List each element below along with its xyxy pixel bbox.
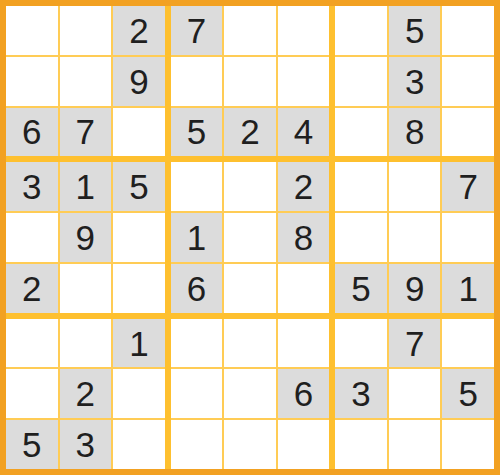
cell-r5c6: 8 [278, 213, 330, 262]
cell-r5c5[interactable] [224, 213, 276, 262]
cell-r6c5[interactable] [224, 264, 276, 313]
cell-r4c2: 1 [60, 162, 112, 211]
cell-r6c1: 2 [6, 264, 58, 313]
sudoku-box-8: 6 [171, 319, 330, 469]
cell-r8c2: 2 [60, 369, 112, 418]
cell-r8c6: 6 [278, 369, 330, 418]
cell-r9c6[interactable] [278, 420, 330, 469]
cell-r4c3: 5 [113, 162, 165, 211]
cell-r2c4[interactable] [171, 57, 223, 106]
sudoku-box-7: 1253 [6, 319, 165, 469]
sudoku-box-9: 735 [335, 319, 494, 469]
sudoku-board: 29677524538315922186759112536735 [0, 0, 500, 475]
cell-r1c5[interactable] [224, 6, 276, 55]
cell-r5c3[interactable] [113, 213, 165, 262]
sudoku-box-6: 7591 [335, 162, 494, 312]
cell-r1c4: 7 [171, 6, 223, 55]
cell-r6c8: 9 [389, 264, 441, 313]
cell-r3c3[interactable] [113, 108, 165, 157]
cell-r7c7[interactable] [335, 319, 387, 368]
cell-r9c4[interactable] [171, 420, 223, 469]
sudoku-box-5: 2186 [171, 162, 330, 312]
cell-r2c6[interactable] [278, 57, 330, 106]
cell-r8c1[interactable] [6, 369, 58, 418]
cell-r8c8[interactable] [389, 369, 441, 418]
cell-r3c4: 5 [171, 108, 223, 157]
cell-r7c9[interactable] [442, 319, 494, 368]
cell-r6c9: 1 [442, 264, 494, 313]
cell-r4c9: 7 [442, 162, 494, 211]
cell-r4c8[interactable] [389, 162, 441, 211]
cell-r4c1: 3 [6, 162, 58, 211]
sudoku-box-1: 2967 [6, 6, 165, 156]
cell-r5c9[interactable] [442, 213, 494, 262]
cell-r1c3: 2 [113, 6, 165, 55]
cell-r4c4[interactable] [171, 162, 223, 211]
sudoku-box-2: 7524 [171, 6, 330, 156]
cell-r9c7[interactable] [335, 420, 387, 469]
cell-r2c5[interactable] [224, 57, 276, 106]
cell-r2c8: 3 [389, 57, 441, 106]
cell-r8c3[interactable] [113, 369, 165, 418]
cell-r5c4: 1 [171, 213, 223, 262]
cell-r1c6[interactable] [278, 6, 330, 55]
cell-r2c2[interactable] [60, 57, 112, 106]
cell-r5c7[interactable] [335, 213, 387, 262]
cell-r5c2: 9 [60, 213, 112, 262]
cell-r3c1: 6 [6, 108, 58, 157]
cell-r2c3: 9 [113, 57, 165, 106]
cell-r8c4[interactable] [171, 369, 223, 418]
cell-r7c5[interactable] [224, 319, 276, 368]
cell-r1c8: 5 [389, 6, 441, 55]
cell-r7c4[interactable] [171, 319, 223, 368]
cell-r3c8: 8 [389, 108, 441, 157]
cell-r9c8[interactable] [389, 420, 441, 469]
cell-r1c9[interactable] [442, 6, 494, 55]
cell-r4c5[interactable] [224, 162, 276, 211]
cell-r7c1[interactable] [6, 319, 58, 368]
cell-r8c7: 3 [335, 369, 387, 418]
cell-r2c9[interactable] [442, 57, 494, 106]
cell-r3c2: 7 [60, 108, 112, 157]
cell-r9c3[interactable] [113, 420, 165, 469]
sudoku-box-4: 31592 [6, 162, 165, 312]
cell-r2c1[interactable] [6, 57, 58, 106]
cell-r9c9[interactable] [442, 420, 494, 469]
cell-r6c6[interactable] [278, 264, 330, 313]
cell-r5c8[interactable] [389, 213, 441, 262]
cell-r8c5[interactable] [224, 369, 276, 418]
cell-r6c7: 5 [335, 264, 387, 313]
cell-r7c6[interactable] [278, 319, 330, 368]
cell-r2c7[interactable] [335, 57, 387, 106]
cell-r9c1: 5 [6, 420, 58, 469]
cell-r9c2: 3 [60, 420, 112, 469]
cell-r1c2[interactable] [60, 6, 112, 55]
cell-r1c7[interactable] [335, 6, 387, 55]
cell-r3c7[interactable] [335, 108, 387, 157]
cell-r9c5[interactable] [224, 420, 276, 469]
sudoku-box-3: 538 [335, 6, 494, 156]
cell-r8c9: 5 [442, 369, 494, 418]
cell-r1c1[interactable] [6, 6, 58, 55]
cell-r4c7[interactable] [335, 162, 387, 211]
cell-r7c3: 1 [113, 319, 165, 368]
cell-r5c1[interactable] [6, 213, 58, 262]
cell-r3c9[interactable] [442, 108, 494, 157]
cell-r6c4: 6 [171, 264, 223, 313]
cell-r4c6: 2 [278, 162, 330, 211]
cell-r3c5: 2 [224, 108, 276, 157]
cell-r3c6: 4 [278, 108, 330, 157]
cell-r6c2[interactable] [60, 264, 112, 313]
cell-r7c2[interactable] [60, 319, 112, 368]
cell-r6c3[interactable] [113, 264, 165, 313]
cell-r7c8: 7 [389, 319, 441, 368]
